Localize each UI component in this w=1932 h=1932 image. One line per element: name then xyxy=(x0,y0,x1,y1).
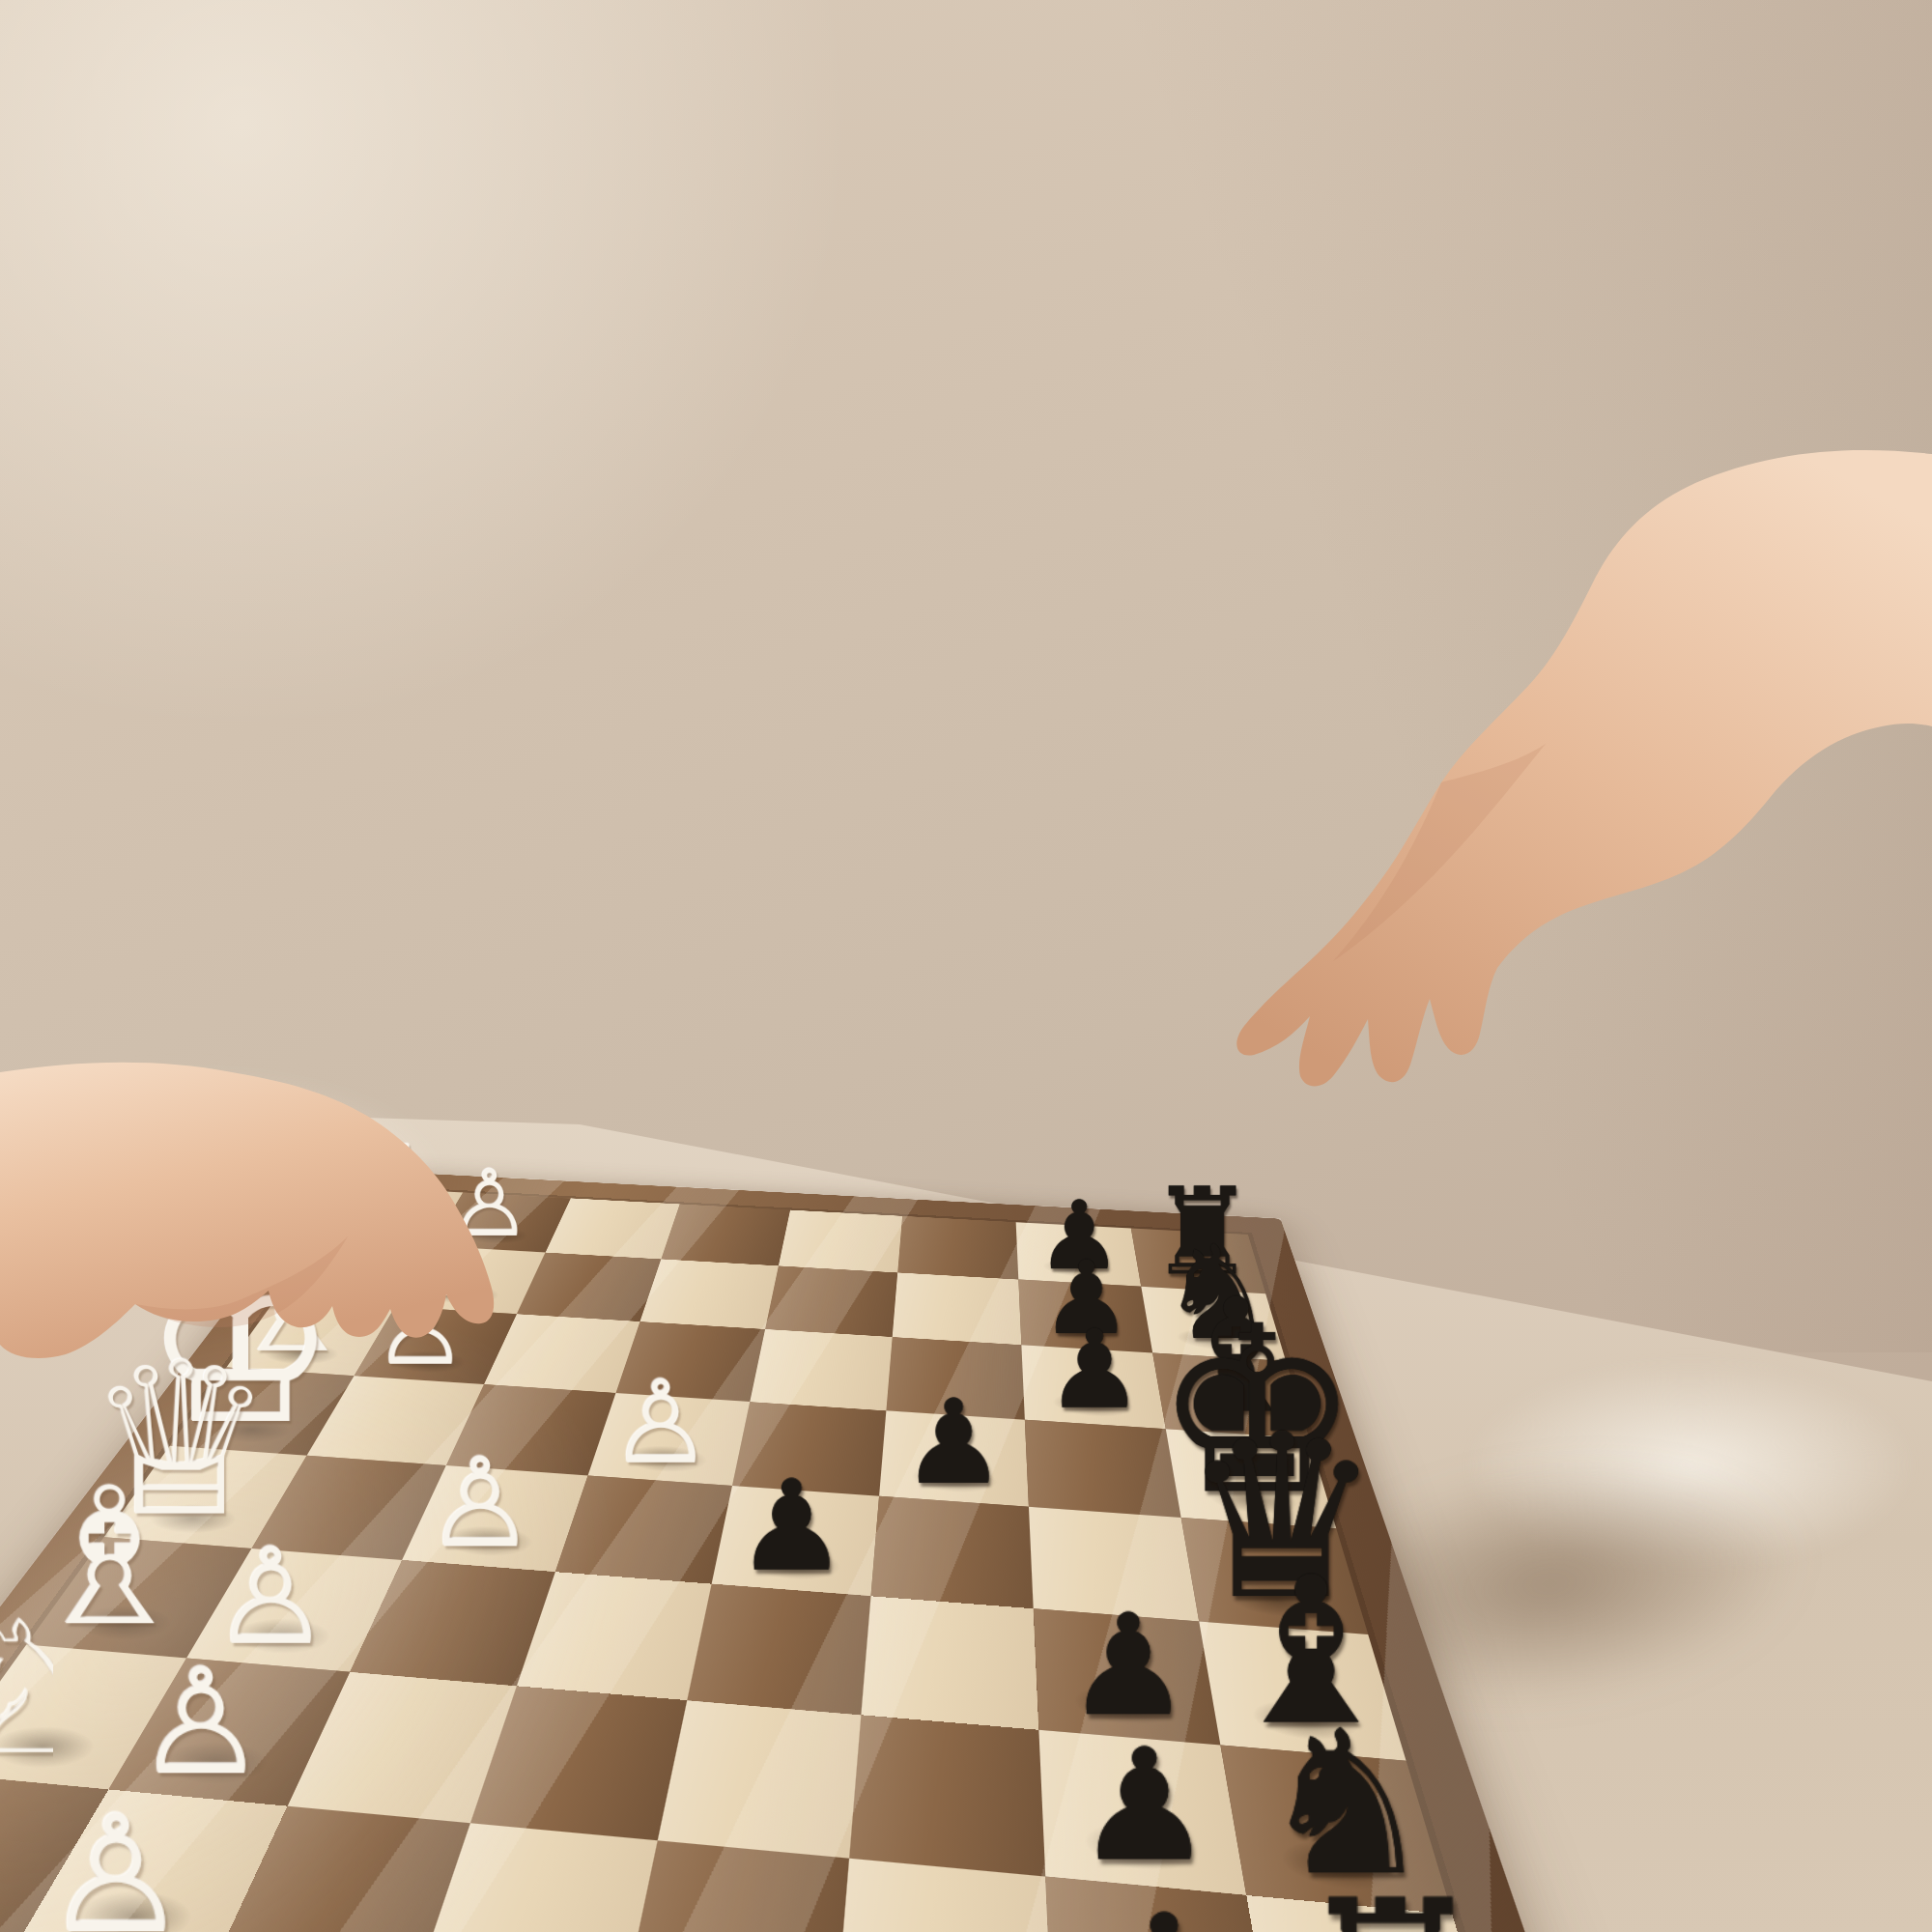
square-g5[interactable] xyxy=(765,1265,897,1337)
white-pawn-a2[interactable]: ♙ xyxy=(43,1801,189,1932)
square-h6[interactable] xyxy=(897,1216,1018,1280)
black-pawn-c7[interactable]: ♟ xyxy=(1065,1602,1191,1731)
black-pawn-a7[interactable]: ♟ xyxy=(1087,1899,1242,1932)
square-b6[interactable] xyxy=(849,1715,1045,1876)
black-pawn-b7[interactable]: ♟ xyxy=(1075,1735,1214,1878)
white-knight-b1[interactable]: ♘ xyxy=(0,1605,108,1775)
board-grid: ♖♙♟♜♘♙♟♞♗♙♟♝♔♙♟♚♕♙♟♛♗♙♟♝♘♙♟♞♖♙♟♜ xyxy=(0,1186,1510,1932)
square-b7[interactable]: ♟ xyxy=(1038,1730,1246,1895)
chess-board: ♖♙♟♜♘♙♟♞♗♙♟♝♔♙♟♚♕♙♟♛♗♙♟♝♘♙♟♞♖♙♟♜ xyxy=(0,1169,1612,1932)
black-rook-a8[interactable]: ♜ xyxy=(1293,1880,1490,1932)
square-f5[interactable] xyxy=(750,1329,892,1410)
black-pawn-d5[interactable]: ♟ xyxy=(735,1468,848,1584)
white-rook-a1[interactable]: ♖ xyxy=(0,1746,13,1930)
white-pawn-b2[interactable]: ♙ xyxy=(136,1656,268,1790)
square-g6[interactable] xyxy=(893,1272,1022,1345)
square-g4[interactable] xyxy=(639,1259,778,1329)
white-pawn-f2[interactable]: ♙ xyxy=(374,1280,468,1377)
square-f7[interactable]: ♟ xyxy=(1021,1345,1165,1429)
board-scene: ♖♙♟♜♘♙♟♞♗♙♟♝♔♙♟♚♕♙♟♛♗♙♟♝♘♙♟♞♖♙♟♜ xyxy=(29,860,1497,1884)
square-e4[interactable]: ♙ xyxy=(588,1393,751,1486)
square-h3[interactable] xyxy=(546,1198,680,1259)
square-a7[interactable]: ♟ xyxy=(1045,1877,1278,1932)
white-pawn-d3[interactable]: ♙ xyxy=(425,1447,536,1561)
square-c5[interactable] xyxy=(687,1584,870,1716)
board-frame: ♖♙♟♜♘♙♟♞♗♙♟♝♔♙♟♚♕♙♟♛♗♙♟♝♘♙♟♞♖♙♟♜ xyxy=(0,1169,1612,1932)
square-a8[interactable]: ♜ xyxy=(1246,1895,1509,1932)
white-pawn-e4[interactable]: ♙ xyxy=(610,1370,713,1475)
square-d3[interactable]: ♙ xyxy=(402,1465,587,1572)
square-h5[interactable] xyxy=(779,1210,902,1273)
square-c6[interactable] xyxy=(861,1596,1038,1729)
photo-scene: { "game": "chess", "scene": { "setting":… xyxy=(0,0,1932,1932)
square-e6[interactable]: ♟ xyxy=(879,1410,1029,1506)
square-d5[interactable]: ♟ xyxy=(712,1486,879,1596)
square-a5[interactable] xyxy=(621,1840,849,1932)
black-pawn-e6[interactable]: ♟ xyxy=(901,1389,1007,1496)
square-b5[interactable] xyxy=(658,1700,862,1859)
square-d6[interactable] xyxy=(871,1496,1034,1608)
square-h4[interactable] xyxy=(661,1204,790,1265)
black-pawn-f7[interactable]: ♟ xyxy=(1045,1320,1143,1420)
